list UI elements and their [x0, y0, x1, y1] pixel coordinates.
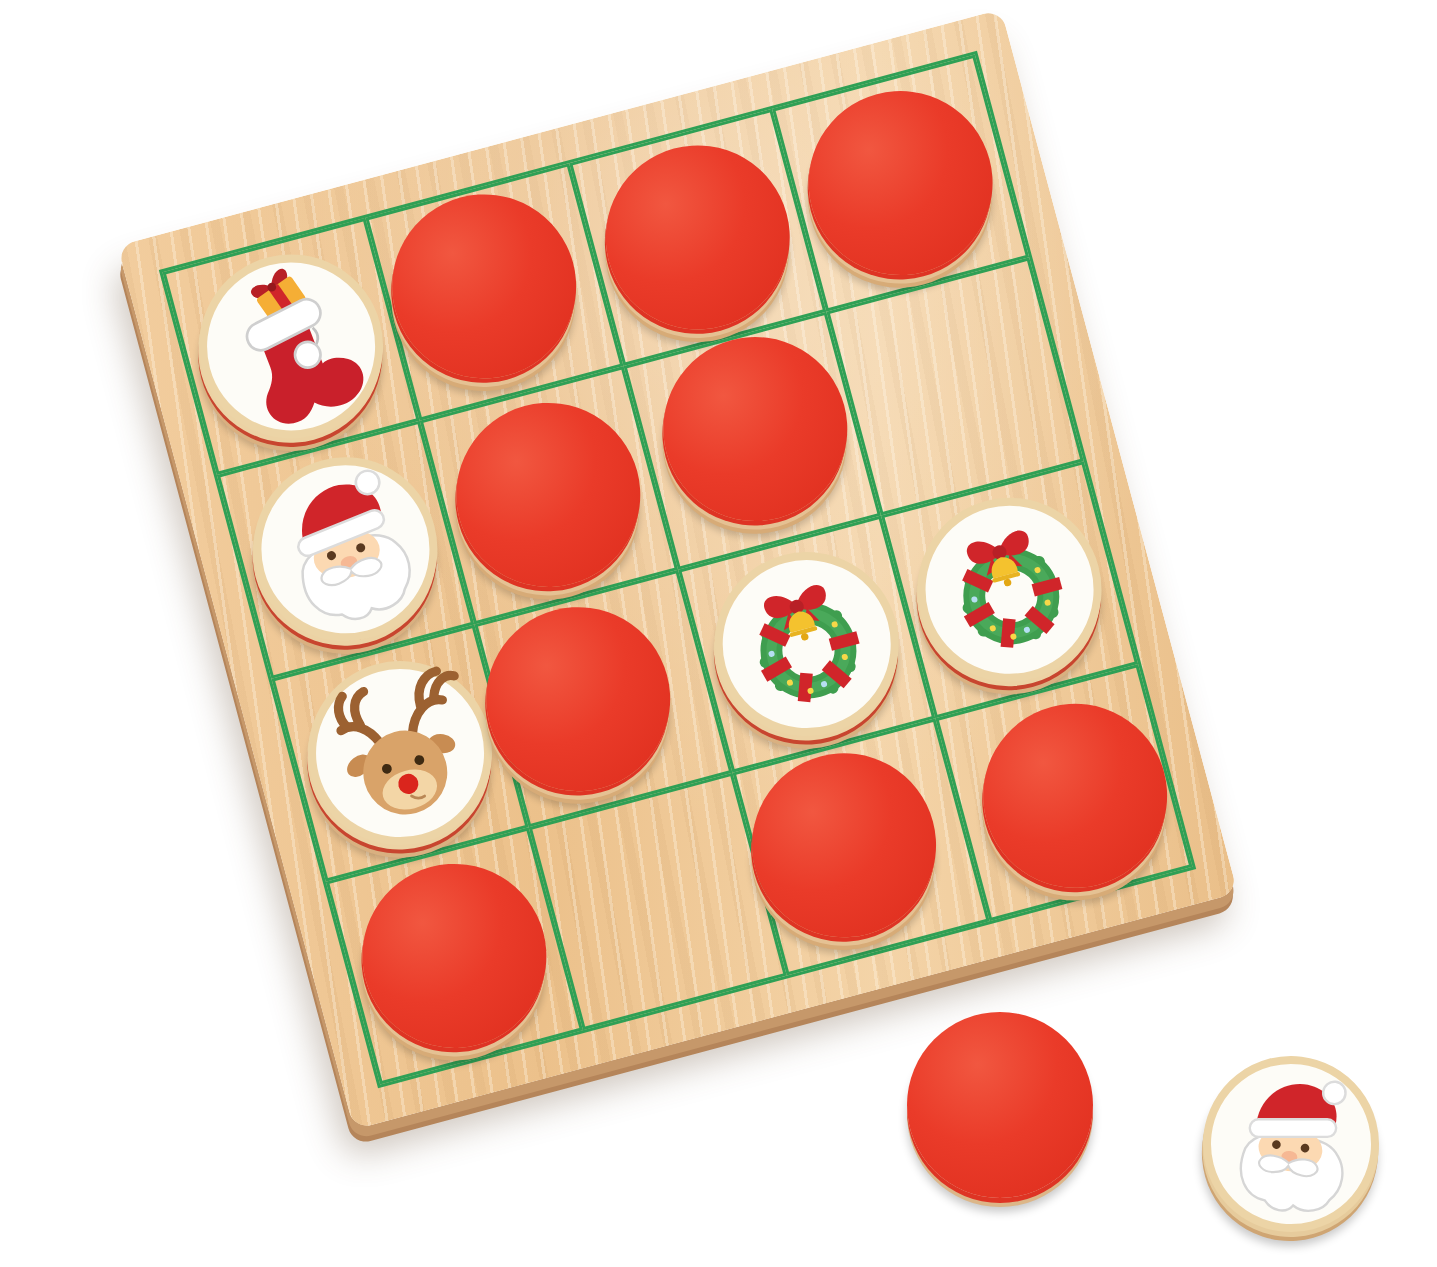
tile-santa[interactable]	[233, 437, 458, 662]
reindeer-icon	[297, 650, 503, 856]
off-board-tile-santa[interactable]	[1193, 1046, 1389, 1242]
off-board-tile-face-down-red[interactable]	[907, 1012, 1093, 1198]
santa-icon	[243, 447, 449, 653]
tile-face-down-red[interactable]	[342, 843, 567, 1068]
wreath-icon	[906, 487, 1112, 693]
board-grid	[159, 51, 1196, 1088]
wreath-icon	[703, 541, 909, 747]
tile-stocking[interactable]	[179, 234, 404, 459]
game-board	[117, 9, 1238, 1130]
tile-wreath[interactable]	[694, 531, 919, 756]
scene	[0, 0, 1437, 1267]
tile-face-down-red[interactable]	[962, 683, 1187, 908]
tile-face-down-red[interactable]	[585, 125, 810, 350]
tile-reindeer[interactable]	[287, 640, 512, 865]
tile-wreath[interactable]	[897, 477, 1122, 702]
tile-face-down-red[interactable]	[788, 71, 1013, 296]
tile-face-down-red[interactable]	[372, 174, 597, 399]
santa-icon	[1202, 1055, 1380, 1233]
stocking-icon	[188, 244, 394, 450]
tile-face-down-red[interactable]	[436, 382, 661, 607]
